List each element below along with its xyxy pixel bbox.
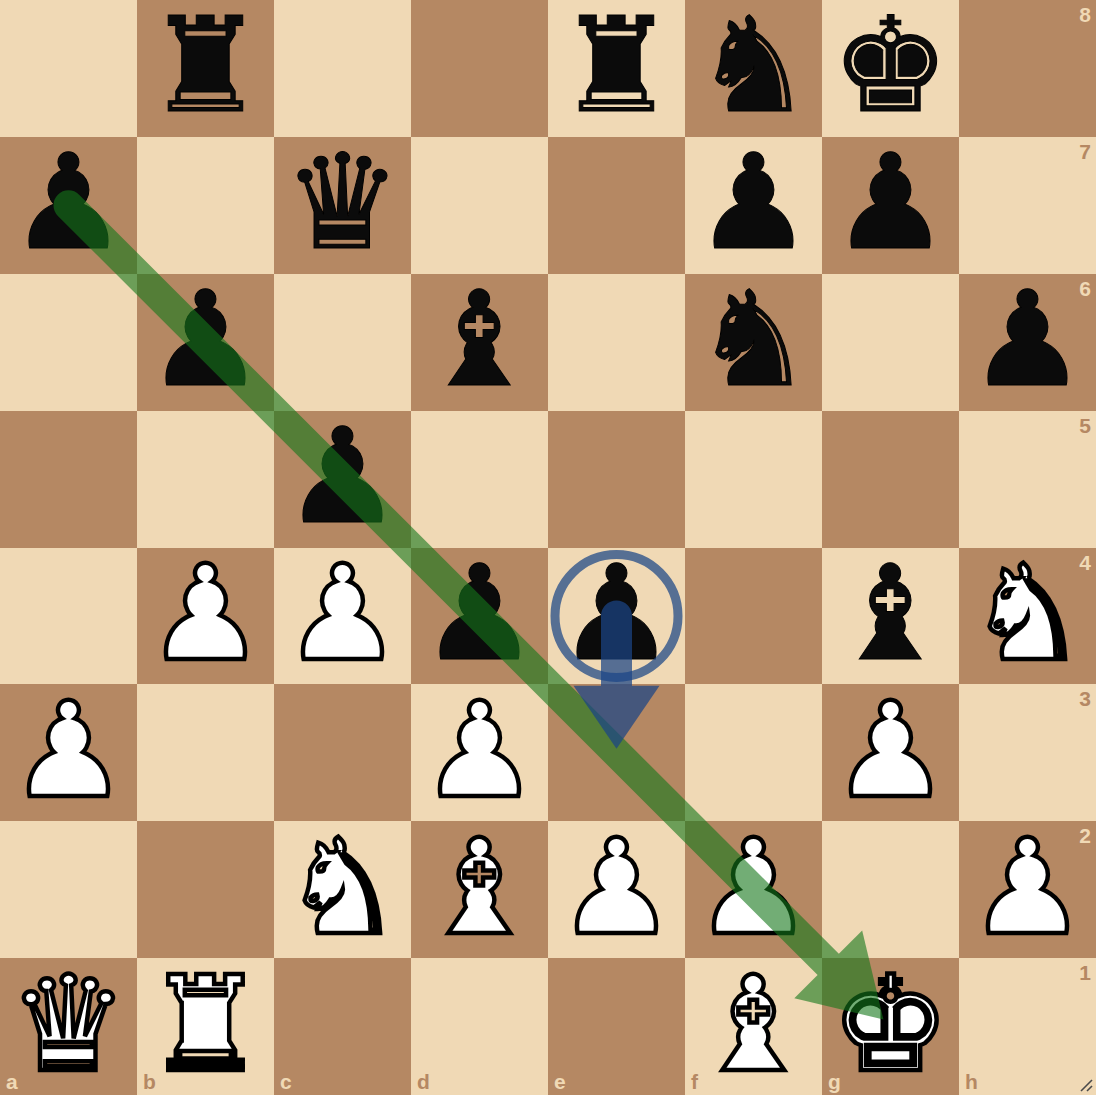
square-c6[interactable] (274, 274, 411, 411)
square-f8[interactable]: ♞ (685, 0, 822, 137)
piece-black-pawn[interactable]: ♟ (822, 137, 959, 274)
piece-black-rook[interactable]: ♜ (548, 0, 685, 137)
piece-white-queen[interactable]: ♛ (0, 958, 137, 1095)
square-f1[interactable]: f♝ (685, 958, 822, 1095)
board-resize-handle[interactable] (1076, 1075, 1094, 1093)
square-h5[interactable]: 5 (959, 411, 1096, 548)
square-f7[interactable]: ♟ (685, 137, 822, 274)
piece-black-knight[interactable]: ♞ (685, 0, 822, 137)
square-h8[interactable]: 8 (959, 0, 1096, 137)
square-b5[interactable] (137, 411, 274, 548)
square-g7[interactable]: ♟ (822, 137, 959, 274)
piece-white-pawn[interactable]: ♟ (0, 684, 137, 821)
square-c2[interactable]: ♞ (274, 821, 411, 958)
diagonal-resize-line (1081, 1080, 1092, 1091)
rank-label-1: 1 (1079, 961, 1091, 985)
square-e7[interactable] (548, 137, 685, 274)
square-e2[interactable]: ♟ (548, 821, 685, 958)
piece-black-pawn[interactable]: ♟ (137, 274, 274, 411)
square-g3[interactable]: ♟ (822, 684, 959, 821)
piece-white-knight[interactable]: ♞ (274, 821, 411, 958)
rank-label-7: 7 (1079, 140, 1091, 164)
square-f4[interactable] (685, 548, 822, 685)
square-a5[interactable] (0, 411, 137, 548)
piece-white-pawn[interactable]: ♟ (548, 821, 685, 958)
piece-black-knight[interactable]: ♞ (685, 274, 822, 411)
piece-white-knight[interactable]: ♞ (959, 548, 1096, 685)
board-squares: ♜♜♞♚8♟♛♟♟7♟♝♞6♟♟5♟♟♟♟♝4♞♟♟♟3♞♝♟♟2♟a♛b♜cd… (0, 0, 1096, 1095)
square-c4[interactable]: ♟ (274, 548, 411, 685)
square-c8[interactable] (274, 0, 411, 137)
square-a2[interactable] (0, 821, 137, 958)
square-a4[interactable] (0, 548, 137, 685)
piece-black-queen[interactable]: ♛ (274, 137, 411, 274)
piece-white-bishop[interactable]: ♝ (685, 958, 822, 1095)
square-a6[interactable] (0, 274, 137, 411)
square-h7[interactable]: 7 (959, 137, 1096, 274)
square-d4[interactable]: ♟ (411, 548, 548, 685)
square-e5[interactable] (548, 411, 685, 548)
square-b6[interactable]: ♟ (137, 274, 274, 411)
piece-white-pawn[interactable]: ♟ (822, 684, 959, 821)
file-label-e: e (554, 1070, 566, 1094)
piece-black-rook[interactable]: ♜ (137, 0, 274, 137)
square-b7[interactable] (137, 137, 274, 274)
rank-label-3: 3 (1079, 687, 1091, 711)
piece-white-king[interactable]: ♚ (822, 958, 959, 1095)
piece-white-pawn[interactable]: ♟ (137, 548, 274, 685)
square-e1[interactable]: e (548, 958, 685, 1095)
chess-board: ♜♜♞♚8♟♛♟♟7♟♝♞6♟♟5♟♟♟♟♝4♞♟♟♟3♞♝♟♟2♟a♛b♜cd… (0, 0, 1096, 1095)
square-e4[interactable]: ♟ (548, 548, 685, 685)
square-e8[interactable]: ♜ (548, 0, 685, 137)
square-c1[interactable]: c (274, 958, 411, 1095)
square-d1[interactable]: d (411, 958, 548, 1095)
square-b8[interactable]: ♜ (137, 0, 274, 137)
piece-black-pawn[interactable]: ♟ (685, 137, 822, 274)
square-d6[interactable]: ♝ (411, 274, 548, 411)
square-d8[interactable] (411, 0, 548, 137)
square-f6[interactable]: ♞ (685, 274, 822, 411)
rank-label-8: 8 (1079, 3, 1091, 27)
square-c7[interactable]: ♛ (274, 137, 411, 274)
piece-black-pawn[interactable]: ♟ (959, 274, 1096, 411)
square-g8[interactable]: ♚ (822, 0, 959, 137)
piece-white-rook[interactable]: ♜ (137, 958, 274, 1095)
square-h6[interactable]: 6♟ (959, 274, 1096, 411)
square-g2[interactable] (822, 821, 959, 958)
piece-black-pawn[interactable]: ♟ (411, 548, 548, 685)
square-h2[interactable]: 2♟ (959, 821, 1096, 958)
square-a8[interactable] (0, 0, 137, 137)
piece-black-pawn[interactable]: ♟ (548, 548, 685, 685)
piece-black-bishop[interactable]: ♝ (822, 548, 959, 685)
piece-black-pawn[interactable]: ♟ (274, 411, 411, 548)
square-f3[interactable] (685, 684, 822, 821)
square-b1[interactable]: b♜ (137, 958, 274, 1095)
square-f5[interactable] (685, 411, 822, 548)
square-g5[interactable] (822, 411, 959, 548)
piece-white-pawn[interactable]: ♟ (411, 684, 548, 821)
square-d7[interactable] (411, 137, 548, 274)
square-a7[interactable]: ♟ (0, 137, 137, 274)
square-c5[interactable]: ♟ (274, 411, 411, 548)
square-d3[interactable]: ♟ (411, 684, 548, 821)
square-d2[interactable]: ♝ (411, 821, 548, 958)
piece-white-pawn[interactable]: ♟ (959, 821, 1096, 958)
square-d5[interactable] (411, 411, 548, 548)
square-b3[interactable] (137, 684, 274, 821)
piece-black-pawn[interactable]: ♟ (0, 137, 137, 274)
piece-black-king[interactable]: ♚ (822, 0, 959, 137)
square-e3[interactable] (548, 684, 685, 821)
diagonal-resize-line (1087, 1086, 1092, 1091)
square-c3[interactable] (274, 684, 411, 821)
file-label-d: d (417, 1070, 430, 1094)
piece-white-pawn[interactable]: ♟ (274, 548, 411, 685)
square-g6[interactable] (822, 274, 959, 411)
rank-label-5: 5 (1079, 414, 1091, 438)
piece-white-bishop[interactable]: ♝ (411, 821, 548, 958)
file-label-c: c (280, 1070, 292, 1094)
square-b2[interactable] (137, 821, 274, 958)
piece-black-bishop[interactable]: ♝ (411, 274, 548, 411)
square-h4[interactable]: 4♞ (959, 548, 1096, 685)
square-g1[interactable]: g♚ (822, 958, 959, 1095)
square-e6[interactable] (548, 274, 685, 411)
file-label-h: h (965, 1070, 978, 1094)
square-b4[interactable]: ♟ (137, 548, 274, 685)
square-g4[interactable]: ♝ (822, 548, 959, 685)
square-h3[interactable]: 3 (959, 684, 1096, 821)
square-f2[interactable]: ♟ (685, 821, 822, 958)
piece-white-pawn[interactable]: ♟ (685, 821, 822, 958)
square-a1[interactable]: a♛ (0, 958, 137, 1095)
square-a3[interactable]: ♟ (0, 684, 137, 821)
